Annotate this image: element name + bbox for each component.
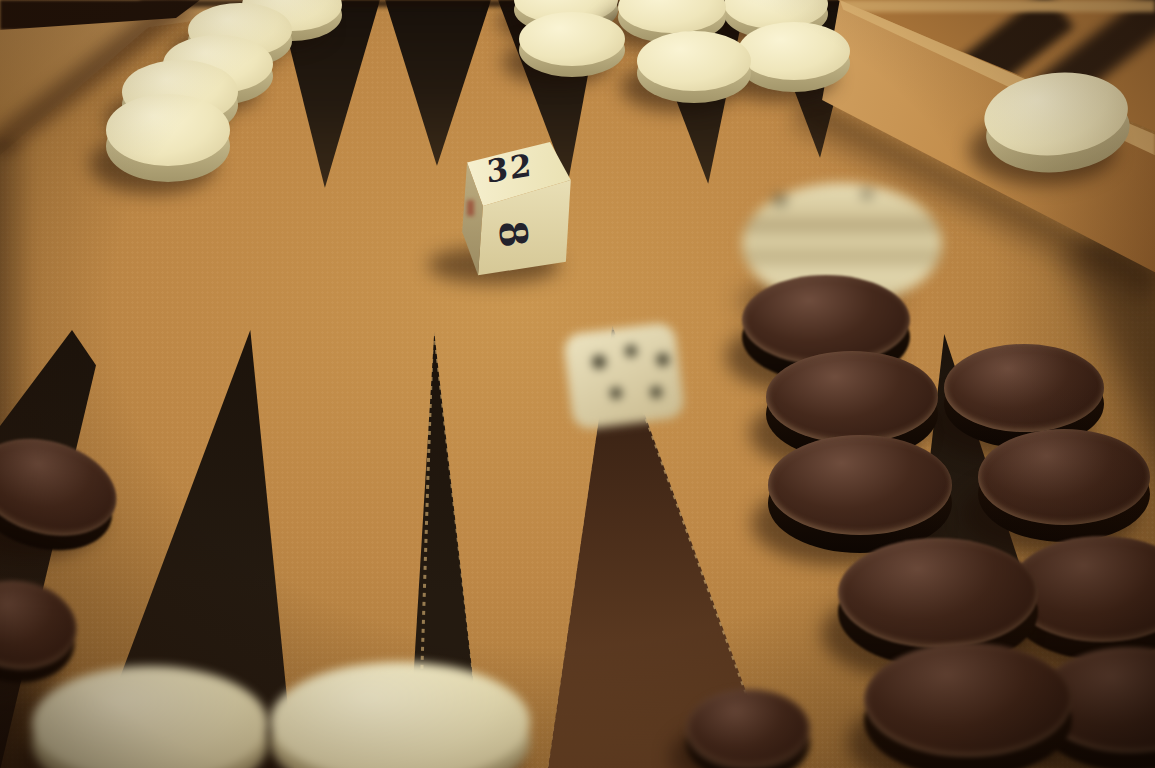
brown-checker[interactable] bbox=[864, 643, 1072, 768]
cube-red-pip-hint bbox=[467, 200, 474, 216]
tumbling-die[interactable] bbox=[560, 322, 692, 472]
die-pip bbox=[860, 188, 874, 200]
white-checker[interactable] bbox=[980, 66, 1134, 180]
white-checker[interactable] bbox=[519, 12, 625, 77]
doubling-cube[interactable]: 32 8 bbox=[450, 142, 572, 278]
backgammon-board-photo: 32 8 bbox=[0, 0, 1155, 768]
white-checker[interactable] bbox=[637, 31, 751, 103]
far-half-rail-light bbox=[828, 0, 1155, 12]
cube-value-8: 8 bbox=[491, 212, 535, 256]
white-checker[interactable] bbox=[270, 662, 530, 768]
brown-checker[interactable] bbox=[978, 429, 1150, 542]
die-pip bbox=[772, 193, 788, 207]
white-checker[interactable] bbox=[738, 22, 850, 92]
white-checker[interactable] bbox=[32, 666, 268, 768]
white-checker[interactable] bbox=[106, 94, 230, 182]
tumbling-die-body bbox=[563, 322, 686, 431]
brown-checker[interactable] bbox=[686, 689, 810, 768]
brown-checker[interactable] bbox=[768, 435, 952, 553]
